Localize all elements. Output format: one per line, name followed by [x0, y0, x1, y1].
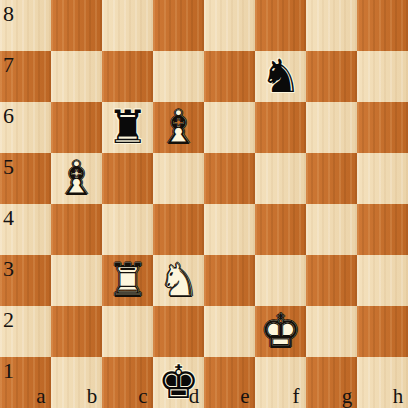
- square-h7[interactable]: [357, 51, 408, 102]
- square-f8[interactable]: [255, 0, 306, 51]
- square-e4[interactable]: [204, 204, 255, 255]
- square-f1[interactable]: [255, 357, 306, 408]
- rook-icon: ♜: [102, 102, 153, 153]
- square-g5[interactable]: [306, 153, 357, 204]
- square-h1[interactable]: [357, 357, 408, 408]
- square-d5[interactable]: [153, 153, 204, 204]
- square-h5[interactable]: [357, 153, 408, 204]
- square-e3[interactable]: [204, 255, 255, 306]
- square-h2[interactable]: [357, 306, 408, 357]
- square-d7[interactable]: [153, 51, 204, 102]
- square-e5[interactable]: [204, 153, 255, 204]
- square-g2[interactable]: [306, 306, 357, 357]
- square-b6[interactable]: [51, 102, 102, 153]
- square-a4[interactable]: [0, 204, 51, 255]
- chess-diagram: 87654321abcdefgh♞♜♝♗♝♗♜♖♞♘♚♔♚: [0, 0, 408, 408]
- square-b4[interactable]: [51, 204, 102, 255]
- white-knight-d3[interactable]: ♞♘: [153, 255, 204, 306]
- square-a3[interactable]: [0, 255, 51, 306]
- square-f5[interactable]: [255, 153, 306, 204]
- black-king-d1[interactable]: ♚: [153, 357, 204, 408]
- square-c4[interactable]: [102, 204, 153, 255]
- square-c5[interactable]: [102, 153, 153, 204]
- square-a2[interactable]: [0, 306, 51, 357]
- square-f6[interactable]: [255, 102, 306, 153]
- square-a7[interactable]: [0, 51, 51, 102]
- black-rook-c6[interactable]: ♜: [102, 102, 153, 153]
- square-b2[interactable]: [51, 306, 102, 357]
- square-b3[interactable]: [51, 255, 102, 306]
- square-h4[interactable]: [357, 204, 408, 255]
- square-g7[interactable]: [306, 51, 357, 102]
- square-a5[interactable]: [0, 153, 51, 204]
- square-d8[interactable]: [153, 0, 204, 51]
- bishop-outline-icon: ♗: [51, 153, 102, 204]
- white-king-f2[interactable]: ♚♔: [255, 306, 306, 357]
- square-g1[interactable]: [306, 357, 357, 408]
- square-a6[interactable]: [0, 102, 51, 153]
- white-bishop-d6[interactable]: ♝♗: [153, 102, 204, 153]
- knight-outline-icon: ♘: [153, 255, 204, 306]
- bishop-outline-icon: ♗: [153, 102, 204, 153]
- square-a8[interactable]: [0, 0, 51, 51]
- square-c8[interactable]: [102, 0, 153, 51]
- square-e1[interactable]: [204, 357, 255, 408]
- square-d4[interactable]: [153, 204, 204, 255]
- square-g6[interactable]: [306, 102, 357, 153]
- square-e7[interactable]: [204, 51, 255, 102]
- square-g8[interactable]: [306, 0, 357, 51]
- square-f3[interactable]: [255, 255, 306, 306]
- black-knight-f7[interactable]: ♞: [255, 51, 306, 102]
- square-g3[interactable]: [306, 255, 357, 306]
- square-d2[interactable]: [153, 306, 204, 357]
- square-e6[interactable]: [204, 102, 255, 153]
- square-c1[interactable]: [102, 357, 153, 408]
- square-e8[interactable]: [204, 0, 255, 51]
- square-h8[interactable]: [357, 0, 408, 51]
- square-b8[interactable]: [51, 0, 102, 51]
- square-b7[interactable]: [51, 51, 102, 102]
- square-g4[interactable]: [306, 204, 357, 255]
- king-outline-icon: ♔: [255, 306, 306, 357]
- square-h3[interactable]: [357, 255, 408, 306]
- square-b1[interactable]: [51, 357, 102, 408]
- square-c2[interactable]: [102, 306, 153, 357]
- square-a1[interactable]: [0, 357, 51, 408]
- square-e2[interactable]: [204, 306, 255, 357]
- rook-outline-icon: ♖: [102, 255, 153, 306]
- square-h6[interactable]: [357, 102, 408, 153]
- square-f4[interactable]: [255, 204, 306, 255]
- knight-icon: ♞: [255, 51, 306, 102]
- white-bishop-b5[interactable]: ♝♗: [51, 153, 102, 204]
- square-c7[interactable]: [102, 51, 153, 102]
- white-rook-c3[interactable]: ♜♖: [102, 255, 153, 306]
- king-icon: ♚: [153, 357, 204, 408]
